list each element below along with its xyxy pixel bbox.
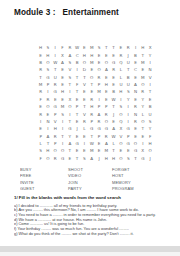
- grid-cell: R: [88, 95, 95, 102]
- grid-cell: E: [103, 51, 110, 58]
- grid-cell: S: [44, 66, 51, 73]
- grid-cell: I: [59, 139, 66, 146]
- grid-cell: I: [66, 110, 73, 117]
- grid-cell: O: [95, 66, 102, 73]
- grid-cell: E: [132, 95, 139, 102]
- grid-cell: R: [132, 103, 139, 110]
- grid-cell: R: [139, 88, 146, 95]
- grid-cell: V: [117, 132, 124, 139]
- grid-cell: S: [125, 88, 132, 95]
- grid-cell: T: [73, 154, 80, 161]
- grid-cell: E: [103, 88, 110, 95]
- grid-cell: J: [125, 51, 132, 58]
- grid-cell: A: [110, 125, 117, 132]
- grid-cell: G: [59, 154, 66, 161]
- grid-cell: N: [132, 88, 139, 95]
- grid-cell: O: [103, 59, 110, 66]
- grid-cell: G: [132, 147, 139, 154]
- grid-cell: W: [110, 95, 117, 102]
- grid-cell: E: [139, 66, 146, 73]
- grid-cell: P: [73, 103, 80, 110]
- grid-cell: H: [81, 51, 88, 58]
- grid-cell: O: [52, 147, 59, 154]
- grid-cell: E: [59, 81, 66, 88]
- grid-cell: O: [139, 117, 146, 124]
- grid-cell: P: [103, 103, 110, 110]
- grid-cell: P: [44, 81, 51, 88]
- grid-cell: L: [110, 139, 117, 146]
- grid-cell: P: [52, 110, 59, 117]
- grid-cell: S: [66, 59, 73, 66]
- grid-cell: O: [117, 110, 124, 117]
- grid-cell: P: [95, 81, 102, 88]
- grid-cell: H: [44, 147, 51, 154]
- grid-cell: G: [103, 125, 110, 132]
- grid-cell: A: [103, 139, 110, 146]
- grid-cell: O: [117, 154, 124, 161]
- grid-cell: A: [66, 139, 73, 146]
- grid-cell: Q: [117, 117, 124, 124]
- grid-cell: E: [81, 44, 88, 51]
- word-list-inner: BUSYFREEINVITEGUESTSHOOTVIDEOJOINPARTYFO…: [20, 167, 170, 192]
- grid-cell: R: [125, 44, 132, 51]
- grid-cell: A: [44, 132, 51, 139]
- grid-cell: J: [146, 154, 153, 161]
- grid-cell: W: [52, 59, 59, 66]
- grid-cell: M: [95, 88, 102, 95]
- exercise-heading: 1/ Fill in the blanks with words from th…: [14, 195, 180, 200]
- grid-cell: I: [139, 139, 146, 146]
- grid-cell: T: [52, 66, 59, 73]
- grid-cell: V: [66, 66, 73, 73]
- module-label: Module 3 :: [14, 8, 55, 17]
- grid-cell: X: [146, 44, 153, 51]
- grid-cell: R: [95, 117, 102, 124]
- grid-cell: H: [110, 154, 117, 161]
- grid-cell: I: [44, 88, 51, 95]
- grid-cell: R: [52, 154, 59, 161]
- grid-cell: E: [88, 66, 95, 73]
- grid-cell: E: [37, 125, 44, 132]
- grid-cell: E: [81, 147, 88, 154]
- grid-cell: T: [139, 125, 146, 132]
- grid-cell: E: [73, 117, 80, 124]
- grid-cell: E: [110, 51, 117, 58]
- word-list-column: SHOOTVIDEOJOINPARTY: [68, 167, 112, 192]
- grid-cell: H: [37, 44, 44, 51]
- grid-cell: I: [146, 59, 153, 66]
- grid-cell: F: [146, 132, 153, 139]
- word-list-column: BUSYFREEINVITEGUEST: [20, 167, 68, 192]
- grid-cell: T: [73, 110, 80, 117]
- grid-cell: V: [81, 81, 88, 88]
- grid-cell: E: [117, 44, 124, 51]
- grid-cell: T: [66, 81, 73, 88]
- grid-cell: T: [66, 117, 73, 124]
- grid-cell: E: [88, 88, 95, 95]
- grid-cell: R: [81, 117, 88, 124]
- grid-cell: N: [132, 110, 139, 117]
- grid-cell: E: [52, 95, 59, 102]
- grid-cell: G: [125, 139, 132, 146]
- grid-cell: R: [132, 117, 139, 124]
- word-list-item: PARTY: [68, 186, 112, 192]
- grid-cell: R: [103, 110, 110, 117]
- grid-cell: T: [81, 73, 88, 80]
- grid-cell: P: [95, 132, 102, 139]
- grid-cell: A: [59, 59, 66, 66]
- grid-cell: E: [95, 51, 102, 58]
- grid-cell: E: [95, 139, 102, 146]
- grid-cell: U: [52, 73, 59, 80]
- grid-cell: B: [110, 88, 117, 95]
- sentence-text: What do you think of the ......... we sh…: [18, 231, 133, 236]
- grid-cell: O: [44, 154, 51, 161]
- grid-cell: L: [117, 73, 124, 80]
- grid-cell: E: [73, 147, 80, 154]
- grid-cell: H: [44, 51, 51, 58]
- grid-cell: I: [146, 81, 153, 88]
- grid-cell: E: [103, 73, 110, 80]
- grid-cell: B: [37, 59, 44, 66]
- grid-cell: E: [59, 95, 66, 102]
- grid-cell: S: [125, 154, 132, 161]
- grid-cell: V: [52, 117, 59, 124]
- grid-cell: L: [37, 139, 44, 146]
- grid-cell: T: [66, 147, 73, 154]
- grid-cell: M: [139, 59, 146, 66]
- grid-cell: G: [73, 139, 80, 146]
- grid-cell: F: [73, 81, 80, 88]
- grid-cell: E: [73, 95, 80, 102]
- grid-cell: M: [37, 81, 44, 88]
- grid-cell: H: [117, 88, 124, 95]
- grid-cell: J: [95, 154, 102, 161]
- grid-cell: H: [88, 103, 95, 110]
- grid-cell: A: [88, 154, 95, 161]
- grid-cell: O: [44, 103, 51, 110]
- grid-cell: E: [110, 81, 117, 88]
- grid-cell: N: [146, 66, 153, 73]
- grid-cell: I: [81, 139, 88, 146]
- module-topic: Entertainment: [62, 8, 118, 17]
- grid-cell: R: [37, 110, 44, 117]
- grid-cell: U: [117, 81, 124, 88]
- grid-cell: S: [146, 117, 153, 124]
- grid-cell: O: [44, 59, 51, 66]
- exercise-sentences: a)I decided to ............ all of my fr…: [14, 203, 180, 236]
- grid-cell: E: [125, 147, 132, 154]
- grid-cell: R: [37, 88, 44, 95]
- grid-cell: E: [117, 147, 124, 154]
- grid-cell: S: [81, 154, 88, 161]
- word-search-grid: HSIFRWEMSTTERIHXEHIXACHHEEERJBTYBOWASBOM…: [37, 44, 155, 162]
- grid-cell: H: [103, 154, 110, 161]
- grid-cell: J: [73, 125, 80, 132]
- grid-cell: M: [59, 103, 66, 110]
- grid-cell: F: [59, 44, 66, 51]
- grid-cell: O: [103, 117, 110, 124]
- grid-cell: H: [52, 125, 59, 132]
- grid-cell: Y: [66, 132, 73, 139]
- grid-cell: V: [146, 73, 153, 80]
- grid-cell: R: [37, 66, 44, 73]
- word-list-item: GUEST: [20, 186, 68, 192]
- word-search-cells: HSIFRWEMSTTERIHXEHIXACHHEEERJBTYBOWASBOM…: [37, 44, 154, 162]
- grid-cell: B: [73, 59, 80, 66]
- grid-cell: G: [125, 125, 132, 132]
- grid-cell: I: [37, 117, 44, 124]
- grid-cell: E: [146, 95, 153, 102]
- grid-cell: P: [52, 139, 59, 146]
- grid-cell: R: [52, 132, 59, 139]
- grid-cell: E: [132, 132, 139, 139]
- grid-cell: X: [117, 125, 124, 132]
- grid-cell: X: [139, 147, 146, 154]
- grid-cell: H: [88, 51, 95, 58]
- grid-cell: W: [110, 132, 117, 139]
- grid-cell: E: [81, 95, 88, 102]
- grid-cell: T: [132, 154, 139, 161]
- grid-cell: O: [117, 139, 124, 146]
- grid-cell: Y: [146, 125, 153, 132]
- grid-cell: Y: [139, 95, 146, 102]
- grid-cell: I: [66, 88, 73, 95]
- grid-cell: E: [110, 73, 117, 80]
- grid-cell: G: [95, 125, 102, 132]
- grid-cell: I: [59, 117, 66, 124]
- grid-cell: J: [110, 110, 117, 117]
- grid-cell: M: [88, 44, 95, 51]
- grid-cell: H: [103, 81, 110, 88]
- worksheet-page: Module 3 : Entertainment HSIFRWEMSTTERIH…: [0, 0, 180, 256]
- grid-cell: S: [95, 44, 102, 51]
- grid-cell: B: [146, 103, 153, 110]
- grid-cell: C: [73, 51, 80, 58]
- grid-cell: I: [95, 95, 102, 102]
- grid-cell: G: [88, 125, 95, 132]
- word-list-item: PROGRAM: [112, 186, 162, 192]
- grid-cell: T: [81, 103, 88, 110]
- grid-cell: O: [66, 103, 73, 110]
- grid-cell: I: [59, 125, 66, 132]
- grid-cell: E: [37, 103, 44, 110]
- grid-cell: I: [125, 110, 132, 117]
- grid-cell: G: [139, 154, 146, 161]
- grid-cell: E: [110, 117, 117, 124]
- grid-cell: H: [146, 139, 153, 146]
- grid-cell: I: [44, 125, 51, 132]
- grid-cell: I: [73, 66, 80, 73]
- grid-cell: R: [110, 66, 117, 73]
- grid-cell: T: [59, 132, 66, 139]
- grid-cell: G: [110, 59, 117, 66]
- grid-cell: R: [66, 44, 73, 51]
- grid-cell: L: [117, 66, 124, 73]
- grid-cell: U: [125, 59, 132, 66]
- grid-cell: T: [88, 81, 95, 88]
- grid-cell: T: [37, 73, 44, 80]
- grid-cell: O: [132, 139, 139, 146]
- grid-cell: T: [73, 88, 80, 95]
- grid-cell: G: [52, 103, 59, 110]
- grid-cell: U: [146, 110, 153, 117]
- grid-cell: M: [139, 73, 146, 80]
- grid-cell: P: [37, 132, 44, 139]
- grid-cell: I: [125, 103, 132, 110]
- sentence-label: b): [14, 208, 17, 213]
- grid-cell: E: [66, 154, 73, 161]
- grid-cell: E: [81, 88, 88, 95]
- grid-cell: O: [139, 81, 146, 88]
- grid-cell: G: [66, 125, 73, 132]
- grid-cell: O: [88, 73, 95, 80]
- grid-cell: R: [88, 110, 95, 117]
- grid-cell: H: [139, 44, 146, 51]
- grid-cell: U: [125, 81, 132, 88]
- grid-cell: T: [103, 44, 110, 51]
- grid-cell: T: [44, 139, 51, 146]
- grid-cell: E: [95, 147, 102, 154]
- grid-cell: I: [52, 44, 59, 51]
- grid-cell: I: [132, 44, 139, 51]
- grid-cell: B: [125, 73, 132, 80]
- grid-cell: R: [44, 95, 51, 102]
- grid-cell: W: [88, 139, 95, 146]
- grid-cell: S: [117, 103, 124, 110]
- grid-cell: C: [132, 66, 139, 73]
- page-background-below: [0, 252, 180, 256]
- grid-cell: T: [110, 103, 117, 110]
- grid-cell: F: [37, 154, 44, 161]
- grid-cell: T: [146, 88, 153, 95]
- grid-cell: E: [81, 132, 88, 139]
- grid-cell: M: [103, 147, 110, 154]
- grid-cell: I: [125, 117, 132, 124]
- grid-cell: E: [59, 66, 66, 73]
- grid-cell: X: [66, 95, 73, 102]
- grid-cell: O: [81, 59, 88, 66]
- grid-cell: T: [110, 147, 117, 154]
- grid-cell: E: [132, 125, 139, 132]
- exercise-sentence: g)What do you think of the ......... we …: [14, 231, 180, 236]
- grid-cell: F: [37, 95, 44, 102]
- grid-cell: G: [44, 73, 51, 80]
- grid-cell: Y: [146, 51, 153, 58]
- word-list-column: FORGETHOSTMEMORYPROGRAM: [112, 167, 162, 192]
- grid-cell: P: [88, 117, 95, 124]
- grid-cell: O: [59, 147, 66, 154]
- grid-cell: E: [95, 59, 102, 66]
- grid-cell: E: [37, 51, 44, 58]
- word-list-columns: BUSYFREEINVITEGUESTSHOOTVIDEOJOINPARTYFO…: [20, 167, 170, 192]
- grid-cell: S: [66, 73, 73, 80]
- grid-cell: V: [81, 110, 88, 117]
- grid-cell: X: [59, 51, 66, 58]
- grid-cell: H: [59, 88, 66, 95]
- grid-cell: E: [132, 73, 139, 80]
- grid-cell: S: [37, 147, 44, 154]
- grid-cell: R: [117, 51, 124, 58]
- grid-cell: O: [146, 147, 153, 154]
- grid-cell: M: [88, 147, 95, 154]
- grid-cell: T: [73, 73, 80, 80]
- grid-cell: T: [125, 66, 132, 73]
- grid-cell: Y: [125, 95, 132, 102]
- grid-cell: L: [139, 110, 146, 117]
- grid-cell: E: [139, 132, 146, 139]
- grid-cell: W: [73, 44, 80, 51]
- grid-cell: A: [95, 110, 102, 117]
- grid-cell: P: [125, 132, 132, 139]
- grid-cell: N: [44, 117, 51, 124]
- exercise-inner: 1/ Fill in the blanks with words from th…: [14, 195, 180, 236]
- grid-cell: T: [110, 44, 117, 51]
- grid-cell: R: [52, 81, 59, 88]
- grid-cell: E: [132, 59, 139, 66]
- grid-cell: D: [81, 66, 88, 73]
- grid-cell: E: [103, 95, 110, 102]
- grid-cell: A: [103, 66, 110, 73]
- page-title: Module 3 : Entertainment: [14, 8, 119, 17]
- grid-cell: E: [59, 73, 66, 80]
- grid-cell: A: [66, 51, 73, 58]
- grid-cell: E: [44, 110, 51, 117]
- grid-cell: A: [132, 81, 139, 88]
- grid-cell: G: [52, 88, 59, 95]
- grid-cell: I: [117, 95, 124, 102]
- grid-cell: Q: [117, 59, 124, 66]
- grid-cell: T: [139, 51, 146, 58]
- grid-cell: R: [95, 73, 102, 80]
- grid-cell: S: [44, 44, 51, 51]
- grid-cell: I: [52, 51, 59, 58]
- grid-cell: E: [73, 132, 80, 139]
- grid-cell: S: [59, 110, 66, 117]
- grid-cell: T: [88, 132, 95, 139]
- grid-cell: P: [95, 103, 102, 110]
- word-search-grid-inner: HSIFRWEMSTTERIHXEHIXACHHEEERJBTYBOWASBOM…: [37, 44, 154, 162]
- sentence-label: g): [14, 231, 17, 236]
- grid-cell: L: [81, 125, 88, 132]
- grid-cell: Y: [139, 103, 146, 110]
- grid-cell: M: [88, 59, 95, 66]
- grid-cell: B: [132, 51, 139, 58]
- grid-cell: R: [103, 132, 110, 139]
